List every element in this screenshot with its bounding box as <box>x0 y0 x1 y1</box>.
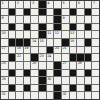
crossword-cell[interactable] <box>85 92 92 99</box>
blocked-cell <box>85 85 92 92</box>
crossword-cell[interactable] <box>92 70 99 77</box>
crossword-cell[interactable] <box>9 31 16 38</box>
crossword-cell[interactable] <box>92 24 99 31</box>
clue-number: 6 <box>78 1 80 5</box>
crossword-cell[interactable] <box>31 92 38 99</box>
crossword-cell[interactable] <box>77 92 84 99</box>
clue-number: 26 <box>32 61 36 65</box>
crossword-cell[interactable] <box>24 77 31 84</box>
blocked-cell <box>54 85 61 92</box>
clue-number: 22 <box>17 54 21 58</box>
blocked-cell <box>54 24 61 31</box>
crossword-cell[interactable] <box>77 16 84 23</box>
blocked-cell <box>47 47 54 54</box>
crossword-cell[interactable] <box>92 39 99 46</box>
crossword-cell[interactable] <box>31 16 38 23</box>
crossword-cell[interactable] <box>85 47 92 54</box>
clue-number: 27 <box>62 61 66 65</box>
clue-number: 17 <box>2 46 6 50</box>
crossword-cell[interactable]: 19 <box>24 47 31 54</box>
crossword-cell[interactable] <box>1 9 8 16</box>
crossword-cell[interactable] <box>31 24 38 31</box>
blocked-cell <box>24 85 31 92</box>
crossword-cell[interactable]: 31 <box>1 92 8 99</box>
clue-number: 9 <box>62 16 64 20</box>
crossword-cell[interactable] <box>39 16 46 23</box>
crossword-cell[interactable]: 13 <box>70 31 77 38</box>
blocked-cell <box>9 85 16 92</box>
clue-number: 18 <box>17 46 21 50</box>
clue-number: 4 <box>47 1 49 5</box>
crossword-cell[interactable]: 2 <box>16 1 23 8</box>
clue-number: 28 <box>78 61 82 65</box>
crossword-cell[interactable] <box>31 77 38 84</box>
crossword-cell[interactable]: 25 <box>1 62 8 69</box>
blocked-cell <box>85 9 92 16</box>
blocked-cell <box>54 16 61 23</box>
crossword-cell[interactable] <box>85 31 92 38</box>
crossword-cell[interactable]: 7 <box>92 1 99 8</box>
crossword-cell[interactable]: 11 <box>47 31 54 38</box>
crossword-cell[interactable] <box>9 92 16 99</box>
crossword-cell[interactable] <box>92 92 99 99</box>
crossword-cell[interactable] <box>54 39 61 46</box>
crossword-cell[interactable] <box>47 24 54 31</box>
crossword-cell[interactable] <box>62 24 69 31</box>
clue-number: 10 <box>2 31 6 35</box>
clue-number: 25 <box>2 61 6 65</box>
crossword-cell[interactable] <box>9 16 16 23</box>
crossword-cell[interactable] <box>47 62 54 69</box>
crossword-cell[interactable]: 32 <box>62 92 69 99</box>
crossword-cell[interactable] <box>16 62 23 69</box>
clue-number: 24 <box>47 54 51 58</box>
blocked-cell <box>39 9 46 16</box>
crossword-cell[interactable]: 1 <box>1 1 8 8</box>
crossword-cell[interactable]: 10 <box>1 31 8 38</box>
crossword-cell[interactable]: 16 <box>70 39 77 46</box>
crossword-cell[interactable]: 26 <box>31 62 38 69</box>
crossword-cell[interactable] <box>85 62 92 69</box>
clue-number: 13 <box>70 31 74 35</box>
crossword-cell[interactable] <box>24 54 31 61</box>
crossword-cell[interactable] <box>31 70 38 77</box>
crossword-cell[interactable] <box>1 70 8 77</box>
clue-number: 20 <box>55 46 59 50</box>
crossword-cell[interactable]: 5 <box>62 1 69 8</box>
blocked-cell <box>54 92 61 99</box>
blocked-cell <box>39 70 46 77</box>
crossword-cell[interactable] <box>9 77 16 84</box>
crossword-cell[interactable]: 14 <box>31 39 38 46</box>
crossword-cell[interactable] <box>54 1 61 8</box>
crossword-cell[interactable]: 22 <box>16 54 23 61</box>
crossword-cell[interactable] <box>31 31 38 38</box>
blocked-cell <box>77 54 84 61</box>
crossword-cell[interactable] <box>47 9 54 16</box>
blocked-cell <box>24 70 31 77</box>
crossword-cell[interactable] <box>24 62 31 69</box>
crossword-cell[interactable]: 20 <box>54 47 61 54</box>
crossword-cell[interactable] <box>16 9 23 16</box>
clue-number: 31 <box>2 92 6 96</box>
crossword-cell[interactable] <box>92 31 99 38</box>
blocked-cell <box>54 70 61 77</box>
crossword-cell[interactable] <box>47 85 54 92</box>
crossword-cell[interactable] <box>1 24 8 31</box>
crossword-cell[interactable] <box>77 24 84 31</box>
crossword-cell[interactable] <box>70 16 77 23</box>
crossword-cell[interactable] <box>54 77 61 84</box>
blocked-cell <box>9 70 16 77</box>
crossword-cell[interactable] <box>24 16 31 23</box>
blocked-cell <box>9 54 16 61</box>
blocked-cell <box>62 39 69 46</box>
crossword-cell[interactable] <box>77 47 84 54</box>
crossword-cell[interactable] <box>24 92 31 99</box>
clue-number: 15 <box>40 39 44 43</box>
crossword-cell[interactable]: 6 <box>77 1 84 8</box>
clue-number: 3 <box>32 1 34 5</box>
clue-number: 8 <box>2 16 4 20</box>
crossword-cell[interactable]: 3 <box>31 1 38 8</box>
blocked-cell <box>9 24 16 31</box>
crossword-cell[interactable] <box>16 16 23 23</box>
blocked-cell <box>39 77 46 84</box>
crossword-cell[interactable] <box>62 31 69 38</box>
crossword-cell[interactable] <box>85 1 92 8</box>
blocked-cell <box>85 70 92 77</box>
blocked-cell <box>70 24 77 31</box>
crossword-cell[interactable] <box>47 92 54 99</box>
crossword-cell[interactable] <box>62 77 69 84</box>
blocked-cell <box>54 9 61 16</box>
blocked-cell <box>31 54 38 61</box>
clue-number: 11 <box>47 31 51 35</box>
blocked-cell <box>85 39 92 46</box>
crossword-cell[interactable] <box>39 92 46 99</box>
blocked-cell <box>39 85 46 92</box>
crossword-cell[interactable] <box>54 54 61 61</box>
crossword-cell[interactable] <box>24 31 31 38</box>
crossword-cell[interactable]: 21 <box>62 47 69 54</box>
clue-number: 29 <box>2 77 6 81</box>
crossword-cell[interactable] <box>16 24 23 31</box>
crossword-cell[interactable] <box>16 85 23 92</box>
blocked-cell <box>70 54 77 61</box>
blocked-cell <box>70 70 77 77</box>
crossword-cell[interactable]: 29 <box>1 77 8 84</box>
crossword-cell[interactable] <box>16 92 23 99</box>
blocked-cell <box>85 54 92 61</box>
blocked-cell <box>39 31 46 38</box>
crossword-cell[interactable] <box>62 85 69 92</box>
crossword-cell[interactable]: 24 <box>47 54 54 61</box>
crossword-cell[interactable] <box>39 62 46 69</box>
clue-number: 7 <box>93 1 95 5</box>
clue-number: 14 <box>32 39 36 43</box>
crossword-cell[interactable] <box>1 39 8 46</box>
crossword-cell[interactable] <box>16 77 23 84</box>
blocked-cell <box>39 24 46 31</box>
crossword-cell[interactable] <box>70 77 77 84</box>
blocked-cell <box>54 62 61 69</box>
crossword-cell[interactable] <box>62 54 69 61</box>
blocked-cell <box>24 39 31 46</box>
crossword-cell[interactable] <box>1 54 8 61</box>
crossword-cell[interactable] <box>92 62 99 69</box>
clue-number: 16 <box>70 39 74 43</box>
blocked-cell <box>70 85 77 92</box>
blocked-cell <box>16 39 23 46</box>
crossword-cell[interactable]: 23 <box>39 54 46 61</box>
crossword-cell[interactable]: 9 <box>62 16 69 23</box>
crossword-cell[interactable] <box>1 85 8 92</box>
crossword-cell[interactable] <box>16 31 23 38</box>
clue-number: 30 <box>47 77 51 81</box>
blocked-cell <box>85 24 92 31</box>
crossword-cell[interactable] <box>31 85 38 92</box>
crossword-cell[interactable]: 27 <box>62 62 69 69</box>
crossword-cell[interactable] <box>85 77 92 84</box>
crossword-cell[interactable] <box>92 9 99 16</box>
crossword-cell[interactable] <box>70 62 77 69</box>
crossword-cell[interactable]: 8 <box>1 16 8 23</box>
crossword-cell[interactable] <box>62 9 69 16</box>
crossword-cell[interactable]: 30 <box>47 77 54 84</box>
clue-number: 23 <box>40 54 44 58</box>
blocked-cell <box>9 39 16 46</box>
crossword-cell[interactable] <box>9 1 16 8</box>
blocked-cell <box>24 9 31 16</box>
clue-number: 32 <box>62 92 66 96</box>
blocked-cell <box>24 24 31 31</box>
blocked-cell <box>39 1 46 8</box>
crossword-cell[interactable]: 12 <box>54 31 61 38</box>
crossword-cell[interactable] <box>77 70 84 77</box>
clue-number: 19 <box>24 46 28 50</box>
crossword-cell[interactable] <box>47 70 54 77</box>
clue-number: 5 <box>62 1 64 5</box>
crossword-cell[interactable] <box>77 31 84 38</box>
crossword-cell[interactable]: 28 <box>77 62 84 69</box>
crossword-cell[interactable] <box>92 85 99 92</box>
crossword-cell[interactable] <box>31 47 38 54</box>
crossword-cell[interactable] <box>77 39 84 46</box>
crossword-cell[interactable] <box>9 62 16 69</box>
crossword-cell[interactable]: 15 <box>39 39 46 46</box>
clue-number: 1 <box>2 1 4 5</box>
blocked-cell <box>70 9 77 16</box>
crossword-cell[interactable] <box>92 54 99 61</box>
clue-number: 2 <box>17 1 19 5</box>
crossword-cell[interactable] <box>47 16 54 23</box>
crossword-cell[interactable]: 17 <box>1 47 8 54</box>
crossword-cell[interactable] <box>92 16 99 23</box>
clue-number: 12 <box>55 31 59 35</box>
crossword-cell[interactable] <box>92 77 99 84</box>
clue-number: 21 <box>62 46 66 50</box>
crossword-cell[interactable] <box>77 9 84 16</box>
crossword-cell[interactable] <box>24 1 31 8</box>
blocked-cell <box>9 9 16 16</box>
crossword-cell[interactable] <box>77 85 84 92</box>
crossword-cell[interactable] <box>70 92 77 99</box>
crossword-cell[interactable]: 4 <box>47 1 54 8</box>
crossword-cell[interactable] <box>16 70 23 77</box>
crossword-grid: 1234567891011121314151617181920212223242… <box>0 0 100 100</box>
crossword-cell[interactable] <box>77 77 84 84</box>
crossword-cell[interactable] <box>85 16 92 23</box>
crossword-cell[interactable] <box>31 9 38 16</box>
crossword-cell[interactable] <box>9 47 16 54</box>
crossword-cell[interactable] <box>39 47 46 54</box>
crossword-cell[interactable] <box>70 1 77 8</box>
crossword-cell[interactable]: 18 <box>16 47 23 54</box>
crossword-cell[interactable] <box>47 39 54 46</box>
crossword-cell[interactable] <box>62 70 69 77</box>
crossword-cell[interactable] <box>70 47 77 54</box>
crossword-cell[interactable] <box>92 47 99 54</box>
